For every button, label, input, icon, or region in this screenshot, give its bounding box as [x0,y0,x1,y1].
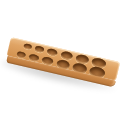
background: { "game": "mancala", "board": { "descrip… [0,0,128,128]
mancala-board-scene [5,37,120,88]
pit[interactable] [16,50,26,58]
